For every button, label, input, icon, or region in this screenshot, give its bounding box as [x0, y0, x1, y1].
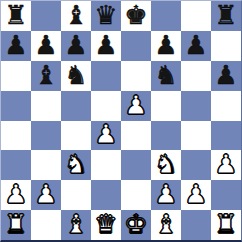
chess-board: ♜♝♛♚♜♟♟♟♟♟♟♝♞♞♟♟♟♞♞♟♟♟♟♟♜♝♛♚♝♜ — [0, 0, 242, 242]
square-h3[interactable]: ♟ — [211, 150, 241, 180]
square-g7[interactable]: ♟ — [181, 31, 211, 61]
square-f2[interactable]: ♟ — [151, 180, 181, 210]
square-f3[interactable]: ♞ — [151, 150, 181, 180]
white-pawn-piece[interactable]: ♟ — [214, 151, 237, 177]
square-b6[interactable]: ♝ — [31, 61, 61, 91]
black-pawn-piece[interactable]: ♟ — [64, 32, 87, 58]
square-a2[interactable]: ♟ — [1, 180, 31, 210]
square-b7[interactable]: ♟ — [31, 31, 61, 61]
white-pawn-piece[interactable]: ♟ — [4, 181, 27, 207]
white-pawn-piece[interactable]: ♟ — [94, 121, 117, 147]
square-b2[interactable]: ♟ — [31, 180, 61, 210]
square-b1[interactable] — [31, 210, 61, 240]
black-rook-piece[interactable]: ♜ — [4, 2, 27, 28]
square-a8[interactable]: ♜ — [1, 1, 31, 31]
square-h5[interactable] — [211, 91, 241, 121]
square-h8[interactable]: ♜ — [211, 1, 241, 31]
white-pawn-piece[interactable]: ♟ — [124, 92, 147, 118]
square-h6[interactable]: ♟ — [211, 61, 241, 91]
square-c8[interactable]: ♝ — [61, 1, 91, 31]
white-pawn-piece[interactable]: ♟ — [34, 181, 57, 207]
black-bishop-piece[interactable]: ♝ — [64, 2, 87, 28]
square-a5[interactable] — [1, 91, 31, 121]
white-pawn-piece[interactable]: ♟ — [154, 181, 177, 207]
square-e7[interactable] — [121, 31, 151, 61]
square-h4[interactable] — [211, 121, 241, 151]
square-e8[interactable]: ♚ — [121, 1, 151, 31]
square-g4[interactable] — [181, 121, 211, 151]
square-h1[interactable]: ♜ — [211, 210, 241, 240]
black-pawn-piece[interactable]: ♟ — [214, 62, 237, 88]
square-b3[interactable] — [31, 150, 61, 180]
white-rook-piece[interactable]: ♜ — [214, 211, 237, 237]
square-e3[interactable] — [121, 150, 151, 180]
square-a4[interactable] — [1, 121, 31, 151]
black-pawn-piece[interactable]: ♟ — [34, 32, 57, 58]
square-b5[interactable] — [31, 91, 61, 121]
square-f8[interactable] — [151, 1, 181, 31]
white-bishop-piece[interactable]: ♝ — [154, 211, 177, 237]
black-pawn-piece[interactable]: ♟ — [154, 32, 177, 58]
square-f6[interactable]: ♞ — [151, 61, 181, 91]
white-knight-piece[interactable]: ♞ — [154, 151, 177, 177]
square-c7[interactable]: ♟ — [61, 31, 91, 61]
white-bishop-piece[interactable]: ♝ — [64, 211, 87, 237]
square-d6[interactable] — [91, 61, 121, 91]
square-d8[interactable]: ♛ — [91, 1, 121, 31]
square-c3[interactable]: ♞ — [61, 150, 91, 180]
black-pawn-piece[interactable]: ♟ — [94, 32, 117, 58]
square-f5[interactable] — [151, 91, 181, 121]
black-knight-piece[interactable]: ♞ — [154, 62, 177, 88]
square-g8[interactable] — [181, 1, 211, 31]
square-e2[interactable] — [121, 180, 151, 210]
square-h2[interactable] — [211, 180, 241, 210]
square-f7[interactable]: ♟ — [151, 31, 181, 61]
square-d4[interactable]: ♟ — [91, 121, 121, 151]
square-f4[interactable] — [151, 121, 181, 151]
black-rook-piece[interactable]: ♜ — [214, 2, 237, 28]
black-knight-piece[interactable]: ♞ — [64, 62, 87, 88]
square-d1[interactable]: ♛ — [91, 210, 121, 240]
black-pawn-piece[interactable]: ♟ — [184, 32, 207, 58]
square-b4[interactable] — [31, 121, 61, 151]
black-king-piece[interactable]: ♚ — [124, 2, 147, 28]
chess-board-container: ♜♝♛♚♜♟♟♟♟♟♟♝♞♞♟♟♟♞♞♟♟♟♟♟♜♝♛♚♝♜ — [0, 0, 242, 242]
square-a3[interactable] — [1, 150, 31, 180]
square-d7[interactable]: ♟ — [91, 31, 121, 61]
square-c2[interactable] — [61, 180, 91, 210]
square-g3[interactable] — [181, 150, 211, 180]
white-knight-piece[interactable]: ♞ — [64, 151, 87, 177]
square-g2[interactable]: ♟ — [181, 180, 211, 210]
square-d3[interactable] — [91, 150, 121, 180]
square-e6[interactable] — [121, 61, 151, 91]
black-pawn-piece[interactable]: ♟ — [4, 32, 27, 58]
square-f1[interactable]: ♝ — [151, 210, 181, 240]
square-g1[interactable] — [181, 210, 211, 240]
white-queen-piece[interactable]: ♛ — [94, 211, 117, 237]
square-e1[interactable]: ♚ — [121, 210, 151, 240]
white-king-piece[interactable]: ♚ — [124, 211, 147, 237]
square-g6[interactable] — [181, 61, 211, 91]
square-e5[interactable]: ♟ — [121, 91, 151, 121]
square-a1[interactable]: ♜ — [1, 210, 31, 240]
square-a7[interactable]: ♟ — [1, 31, 31, 61]
square-a6[interactable] — [1, 61, 31, 91]
white-pawn-piece[interactable]: ♟ — [184, 181, 207, 207]
square-c1[interactable]: ♝ — [61, 210, 91, 240]
square-g5[interactable] — [181, 91, 211, 121]
black-queen-piece[interactable]: ♛ — [94, 2, 117, 28]
square-d5[interactable] — [91, 91, 121, 121]
square-c4[interactable] — [61, 121, 91, 151]
square-b8[interactable] — [31, 1, 61, 31]
square-c5[interactable] — [61, 91, 91, 121]
square-c6[interactable]: ♞ — [61, 61, 91, 91]
square-e4[interactable] — [121, 121, 151, 151]
square-d2[interactable] — [91, 180, 121, 210]
white-rook-piece[interactable]: ♜ — [4, 211, 27, 237]
square-h7[interactable] — [211, 31, 241, 61]
black-bishop-piece[interactable]: ♝ — [34, 62, 57, 88]
